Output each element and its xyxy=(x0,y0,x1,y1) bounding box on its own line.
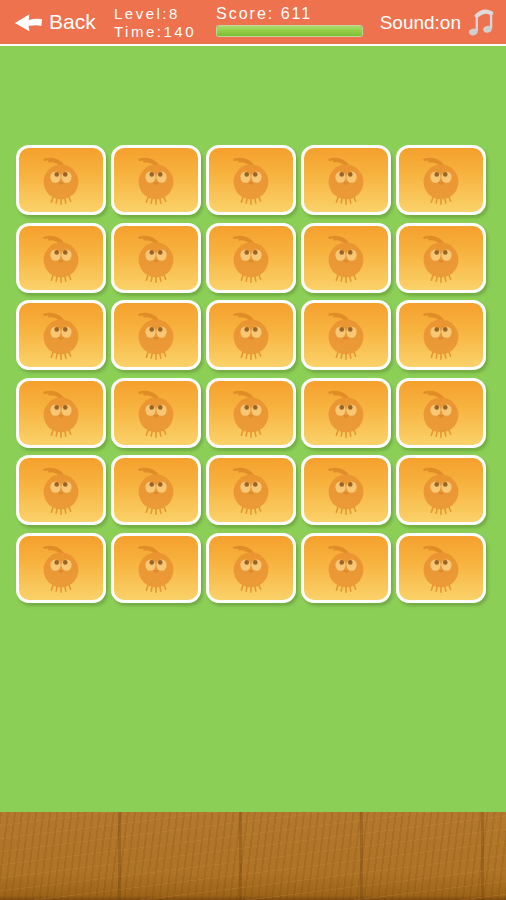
bird-icon xyxy=(412,384,470,442)
card-face-down[interactable] xyxy=(16,533,106,603)
card-face-down[interactable] xyxy=(16,455,106,525)
bird-icon xyxy=(32,461,90,519)
bird-icon xyxy=(127,151,185,209)
card-grid xyxy=(16,145,487,603)
bird-icon xyxy=(127,306,185,364)
card-face-down[interactable] xyxy=(111,300,201,370)
card-face-down[interactable] xyxy=(111,533,201,603)
card-face-down[interactable] xyxy=(111,378,201,448)
sound-label: Sound:on xyxy=(380,9,461,37)
card-face-down[interactable] xyxy=(396,300,486,370)
card-face-down[interactable] xyxy=(301,533,391,603)
bird-icon xyxy=(222,461,280,519)
card-face-down[interactable] xyxy=(396,223,486,293)
progress-fill xyxy=(217,26,362,36)
bird-icon xyxy=(317,384,375,442)
bird-icon xyxy=(127,461,185,519)
card-face-down[interactable] xyxy=(16,300,106,370)
bird-icon xyxy=(127,384,185,442)
card-face-down[interactable] xyxy=(111,223,201,293)
bird-icon xyxy=(412,306,470,364)
top-bar: Back Level:8 Time:140 Score: 611 Sound:o… xyxy=(0,0,506,44)
card-face-down[interactable] xyxy=(206,300,296,370)
bird-icon xyxy=(412,151,470,209)
card-face-down[interactable] xyxy=(206,533,296,603)
game-screen: Back Level:8 Time:140 Score: 611 Sound:o… xyxy=(0,0,506,900)
card-face-down[interactable] xyxy=(301,455,391,525)
score-text: Score: 611 xyxy=(216,4,363,23)
bird-icon xyxy=(32,229,90,287)
score-progress-bar xyxy=(216,25,363,37)
back-button[interactable]: Back xyxy=(13,9,96,35)
card-face-down[interactable] xyxy=(206,145,296,215)
bird-icon xyxy=(32,384,90,442)
card-face-down[interactable] xyxy=(206,378,296,448)
bird-icon xyxy=(32,539,90,597)
bird-icon xyxy=(127,229,185,287)
bird-icon xyxy=(317,151,375,209)
time-text: Time:140 xyxy=(114,23,196,41)
card-face-down[interactable] xyxy=(16,223,106,293)
bird-icon xyxy=(317,539,375,597)
card-face-down[interactable] xyxy=(111,455,201,525)
bird-icon xyxy=(317,461,375,519)
card-face-down[interactable] xyxy=(206,455,296,525)
card-face-down[interactable] xyxy=(396,533,486,603)
card-face-down[interactable] xyxy=(301,223,391,293)
card-face-down[interactable] xyxy=(396,145,486,215)
bird-icon xyxy=(412,539,470,597)
bird-icon xyxy=(127,539,185,597)
bird-icon xyxy=(32,151,90,209)
music-note-icon xyxy=(466,8,497,37)
header-separator xyxy=(0,44,506,46)
back-arrow-icon xyxy=(13,12,43,33)
bird-icon xyxy=(222,229,280,287)
card-face-down[interactable] xyxy=(396,378,486,448)
card-face-down[interactable] xyxy=(301,300,391,370)
bird-icon xyxy=(222,151,280,209)
bird-icon xyxy=(222,384,280,442)
level-text: Level:8 xyxy=(114,5,196,23)
wood-footer xyxy=(0,812,506,900)
card-face-down[interactable] xyxy=(206,223,296,293)
bird-icon xyxy=(317,306,375,364)
bird-icon xyxy=(317,229,375,287)
sound-toggle-button[interactable]: Sound:on xyxy=(380,8,497,37)
card-face-down[interactable] xyxy=(301,378,391,448)
card-face-down[interactable] xyxy=(111,145,201,215)
score-panel: Score: 611 xyxy=(216,4,363,37)
card-face-down[interactable] xyxy=(301,145,391,215)
card-face-down[interactable] xyxy=(16,378,106,448)
bird-icon xyxy=(222,539,280,597)
bird-icon xyxy=(412,461,470,519)
bird-icon xyxy=(412,229,470,287)
card-face-down[interactable] xyxy=(16,145,106,215)
bird-icon xyxy=(32,306,90,364)
bird-icon xyxy=(222,306,280,364)
level-time-panel: Level:8 Time:140 xyxy=(114,5,196,41)
card-face-down[interactable] xyxy=(396,455,486,525)
back-label: Back xyxy=(49,9,96,35)
